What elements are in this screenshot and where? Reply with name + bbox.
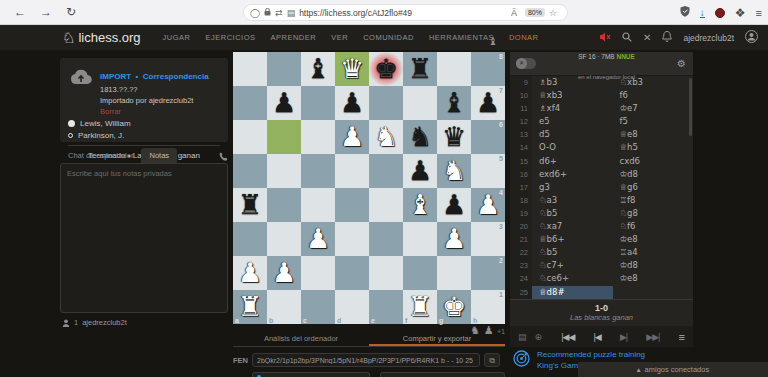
engine-header: ✕ SF 16 · 7MB NNUE en el navegador local… <box>510 52 693 76</box>
square-h3[interactable]: 3 <box>471 222 505 256</box>
square-c6[interactable] <box>301 120 335 154</box>
rank-label-8: 8 <box>499 53 503 60</box>
rank-label-3: 3 <box>499 223 503 230</box>
move-number: 25 <box>510 286 532 299</box>
menu-ejercicios[interactable]: EJERCICIOS <box>206 33 256 42</box>
square-b4[interactable] <box>267 188 301 222</box>
square-a2[interactable]: ♟ <box>233 256 267 290</box>
white-pawn-g3[interactable]: ♟ <box>437 222 471 256</box>
movelist-scrollbar[interactable] <box>689 78 692 136</box>
black-rook-f8[interactable]: ♜ <box>403 52 437 86</box>
rank-label-2: 2 <box>499 257 503 264</box>
square-d8[interactable]: ♛ <box>335 52 369 86</box>
white-pawn-a2[interactable]: ♟ <box>233 256 267 290</box>
browser-reload-icon[interactable]: ↻ <box>66 5 76 19</box>
spectator-count: 1 <box>74 318 78 327</box>
black-pawn-b7[interactable]: ♟ <box>267 86 301 120</box>
black-player-name[interactable]: Parkinson, J. <box>78 131 124 140</box>
chat-tabs: Chat de espectador Notas <box>60 147 228 163</box>
square-c1[interactable]: c <box>301 290 335 324</box>
square-h5[interactable]: 5 <box>471 154 505 188</box>
game-info-panel: IMPORT • Correspondencia 1813.??.?? Impo… <box>60 58 228 142</box>
move-black-12[interactable]: f5 <box>613 115 694 128</box>
friends-bar[interactable]: ▴ amigos conectados <box>578 362 768 377</box>
move-list: 9♗b3♘xb310♕xb3f611♗xf4♔e712e5f513d5♕e814… <box>510 76 693 299</box>
import-cloud-icon <box>70 69 92 116</box>
move-white-22[interactable]: ♘b5 <box>532 246 613 259</box>
move-black-11[interactable]: ♔e7 <box>613 102 694 115</box>
move-black-15[interactable]: cxd6 <box>613 155 694 168</box>
black-knight-f6[interactable]: ♞ <box>403 120 437 154</box>
black-bishop-g7[interactable]: ♝ <box>437 86 471 120</box>
square-b7[interactable]: ♟ <box>267 86 301 120</box>
user-avatar-icon[interactable] <box>745 30 758 45</box>
white-rook-f1[interactable]: ♜ <box>403 290 437 324</box>
move-white-17[interactable]: g3 <box>532 181 613 194</box>
fen-row: FEN ⧉ <box>233 353 505 367</box>
result-text: Las blancas ganan <box>510 313 693 322</box>
copy-fen-button[interactable]: ⧉ <box>484 353 500 367</box>
move-number: 10 <box>510 89 532 102</box>
black-queen-g6[interactable]: ♛ <box>437 120 471 154</box>
menu-herramientas[interactable]: HERRAMIENTAS <box>429 33 494 42</box>
move-white-15[interactable]: d6+ <box>532 155 613 168</box>
delete-game-link[interactable]: Borrar <box>100 107 209 116</box>
fen-input[interactable] <box>252 353 480 367</box>
move-number: 12 <box>510 115 532 128</box>
tab-spectator-chat[interactable]: Chat de espectador <box>60 148 141 163</box>
move-white-13[interactable]: d5 <box>532 128 613 141</box>
square-f7[interactable] <box>403 86 437 120</box>
next-move-button[interactable]: ▶| <box>620 332 627 342</box>
url-bar[interactable]: ◯ ⇄ ▤ https://lichess.org/cAtJ2flo#49 Ā … <box>243 4 568 21</box>
square-g8[interactable] <box>437 52 471 86</box>
move-number: 17 <box>510 181 532 194</box>
replay-controls: ▤ ⊕ |◀◀ |◀ ▶| ▶▶| ≡ <box>510 326 693 347</box>
engine-toggle[interactable]: ✕ <box>516 58 536 69</box>
square-f8[interactable]: ♜ <box>403 52 437 86</box>
move-white-11[interactable]: ♗xf4 <box>532 102 613 115</box>
white-pawn-b2[interactable]: ♟ <box>267 256 301 290</box>
first-move-button[interactable]: |◀◀ <box>561 332 574 342</box>
square-d6[interactable]: ♟ <box>335 120 369 154</box>
white-rook-a1[interactable]: ♜ <box>233 290 267 324</box>
move-white-19[interactable]: ♘b5 <box>532 207 613 220</box>
black-king-e8[interactable]: ♚ <box>369 52 403 86</box>
username-label[interactable]: ajedrezclub2t <box>683 33 734 43</box>
square-a5[interactable] <box>233 154 267 188</box>
square-h1[interactable]: 1h <box>471 290 505 324</box>
square-c3[interactable]: ♟ <box>301 222 335 256</box>
extension-icon[interactable]: ❖ <box>735 6 746 20</box>
gear-icon[interactable]: ⚙ <box>677 58 686 69</box>
square-e4[interactable] <box>369 188 403 222</box>
square-g6[interactable]: ♛ <box>437 120 471 154</box>
square-d2[interactable] <box>335 256 369 290</box>
square-d1[interactable]: d <box>335 290 369 324</box>
move-white-16[interactable]: exd6+ <box>532 168 613 181</box>
notifications-bell-icon[interactable] <box>662 31 672 44</box>
pgn-box-partial[interactable] <box>252 372 370 377</box>
chevron-up-icon: ▴ <box>637 365 641 374</box>
rank-label-5: 5 <box>499 155 503 162</box>
square-b5[interactable] <box>267 154 301 188</box>
black-player-row: Parkinson, J. <box>68 131 220 140</box>
black-pawn-f5[interactable]: ♟ <box>403 154 437 188</box>
square-e6[interactable]: ♞ <box>369 120 403 154</box>
move-black-13[interactable]: ♕e8 <box>613 128 694 141</box>
lichess-analysis-page: ← → ↻ ◯ ⇄ ▤ https://lichess.org/cAtJ2flo… <box>0 0 768 377</box>
black-pawn-d7[interactable]: ♟ <box>335 86 369 120</box>
move-black-16[interactable]: ♔d8 <box>613 168 694 181</box>
move-number: 23 <box>510 259 532 272</box>
shield-ext-icon[interactable] <box>680 6 690 20</box>
square-g7[interactable]: ♝ <box>437 86 471 120</box>
lock-icon <box>264 8 271 18</box>
square-f5[interactable]: ♟ <box>403 154 437 188</box>
url-text[interactable]: https://lichess.org/cAtJ2flo#49 <box>299 8 511 18</box>
prev-move-button[interactable]: |◀ <box>594 332 601 342</box>
imported-by-label: Importado por ajedrezclub2t <box>100 96 209 105</box>
site-info-icon[interactable]: ◯ <box>250 8 260 18</box>
square-h6[interactable]: 6 <box>471 120 505 154</box>
move-number: 22 <box>510 246 532 259</box>
square-d4[interactable] <box>335 188 369 222</box>
phone-icon[interactable] <box>219 152 228 163</box>
move-number: 14 <box>510 141 532 154</box>
square-f6[interactable]: ♞ <box>403 120 437 154</box>
move-white-20[interactable]: ♘xa7 <box>532 220 613 233</box>
move-number: 21 <box>510 233 532 246</box>
browser-menu-icon[interactable]: ≡ <box>756 7 762 19</box>
move-white-12[interactable]: e5 <box>532 115 613 128</box>
square-a4[interactable]: ♜ <box>233 188 267 222</box>
move-white-10[interactable]: ♕xb3 <box>532 89 613 102</box>
move-black-18[interactable]: ♖f8 <box>613 194 694 207</box>
file-label-h: h <box>473 317 477 324</box>
white-player-row: Lewis, William <box>68 119 220 128</box>
white-pawn-h4[interactable]: ♟ <box>471 188 505 222</box>
square-f3[interactable] <box>403 222 437 256</box>
result-block: 1-0 Las blancas ganan <box>510 299 693 324</box>
menu-donar[interactable]: DONAR <box>509 33 539 42</box>
game-date: 1813.??.?? <box>100 85 209 94</box>
move-black-22[interactable]: ♖a4 <box>613 246 694 259</box>
lichess-logo[interactable]: ♘ lichess.org <box>62 29 141 47</box>
square-c5[interactable] <box>301 154 335 188</box>
white-king-g1[interactable]: ♚ <box>437 290 471 324</box>
square-b6[interactable] <box>267 120 301 154</box>
black-pawn-h7[interactable]: ♟ <box>471 86 505 120</box>
move-white-14[interactable]: O-O <box>532 141 613 154</box>
square-b3[interactable] <box>267 222 301 256</box>
menu-ver[interactable]: VER <box>331 33 348 42</box>
square-h4[interactable]: 4♟ <box>471 188 505 222</box>
square-e2[interactable] <box>369 256 403 290</box>
browser-toolbar: ← → ↻ ◯ ⇄ ▤ https://lichess.org/cAtJ2flo… <box>0 0 768 25</box>
square-a8[interactable] <box>233 52 267 86</box>
square-g5[interactable]: ♞ <box>437 154 471 188</box>
square-e8[interactable]: ♚ <box>369 52 403 86</box>
move-black-25 <box>613 286 694 299</box>
notes-textarea[interactable] <box>60 163 228 313</box>
extension-red-icon[interactable] <box>715 8 725 18</box>
square-f4[interactable]: ♝ <box>403 188 437 222</box>
tab-share-export[interactable]: Compartir y exportar <box>369 331 505 346</box>
file-label-d: d <box>337 317 341 324</box>
move-number: 20 <box>510 220 532 233</box>
white-knight-g5[interactable]: ♞ <box>437 154 471 188</box>
move-number: 16 <box>510 168 532 181</box>
move-number: 19 <box>510 207 532 220</box>
move-number: 9 <box>510 76 532 89</box>
bookmark-star-icon[interactable]: ☆ <box>549 8 557 18</box>
white-player-name[interactable]: Lewis, William <box>80 119 131 128</box>
embed-box-partial[interactable] <box>380 372 505 377</box>
move-black-24[interactable]: ♔e8 <box>613 272 694 285</box>
square-b1[interactable]: b <box>267 290 301 324</box>
square-d3[interactable] <box>335 222 369 256</box>
translate-icon[interactable]: Ā <box>511 8 517 18</box>
move-number: 15 <box>510 155 532 168</box>
browser-back-icon[interactable]: ← <box>14 5 26 19</box>
last-move-button[interactable]: ▶▶| <box>646 332 659 342</box>
tab-computer-analysis[interactable]: Análisis del ordenador <box>233 331 369 346</box>
main-menu: JUGAR EJERCICIOS APRENDER VER COMUNIDAD … <box>163 33 539 42</box>
reader-mode-icon[interactable]: ▤ <box>287 8 296 18</box>
downloads-icon[interactable]: ↓ <box>700 8 705 18</box>
square-a6[interactable] <box>233 120 267 154</box>
move-black-21[interactable]: ♔e8 <box>613 233 694 246</box>
move-black-23[interactable]: ♔d8 <box>613 259 694 272</box>
shield-toggle-icon[interactable]: ⇄ <box>275 8 283 18</box>
move-black-14[interactable]: ♕h5 <box>613 141 694 154</box>
move-number: 13 <box>510 128 532 141</box>
bullet-sep: • <box>136 72 139 81</box>
square-g2[interactable] <box>437 256 471 290</box>
move-black-17[interactable]: ♕g6 <box>613 181 694 194</box>
captured-by-black: ♝ <box>488 35 498 48</box>
rank-label-1: 1 <box>499 291 503 298</box>
file-label-b: b <box>269 317 273 324</box>
move-black-10[interactable]: f6 <box>613 89 694 102</box>
square-h7[interactable]: 7♟ <box>471 86 505 120</box>
square-g3[interactable]: ♟ <box>437 222 471 256</box>
zoom-badge[interactable]: 80% <box>525 8 545 17</box>
square-h2[interactable]: 2 <box>471 256 505 290</box>
analysis-panel: ✕ SF 16 · 7MB NNUE en el navegador local… <box>510 52 693 326</box>
move-black-9[interactable]: ♘xb3 <box>613 76 694 89</box>
white-knight-e6[interactable]: ♞ <box>369 120 403 154</box>
square-f2[interactable] <box>403 256 437 290</box>
square-g4[interactable]: ♟ <box>437 188 471 222</box>
browser-forward-icon[interactable]: → <box>40 5 52 19</box>
square-d7[interactable]: ♟ <box>335 86 369 120</box>
spectator-icon <box>62 319 70 327</box>
square-c2[interactable] <box>301 256 335 290</box>
move-white-18[interactable]: ♘a3 <box>532 194 613 207</box>
square-e3[interactable] <box>369 222 403 256</box>
engine-name: SF 16 · 7MB <box>578 53 614 60</box>
analysis-menu-icon[interactable]: ≡ <box>679 331 685 343</box>
square-a3[interactable] <box>233 222 267 256</box>
spectator-name[interactable]: ajedrezclub2t <box>82 318 127 327</box>
challenges-icon[interactable]: ✕ <box>643 32 651 43</box>
black-pawn-g4[interactable]: ♟ <box>437 188 471 222</box>
menu-jugar[interactable]: JUGAR <box>163 33 191 42</box>
menu-aprender[interactable]: APRENDER <box>271 33 317 42</box>
book-icon[interactable]: ▤ <box>518 332 527 342</box>
square-c8[interactable]: ♝ <box>301 52 335 86</box>
rank-label-6: 6 <box>499 121 503 128</box>
puzzle-line1[interactable]: Recommended puzzle training <box>537 350 645 359</box>
white-color-icon <box>68 120 75 127</box>
spectators-row: 1 ajedrezclub2t <box>62 318 127 327</box>
file-label-c: c <box>303 317 307 324</box>
dartboard-icon <box>513 350 530 367</box>
square-e7[interactable] <box>369 86 403 120</box>
browser-extensions-area: ↓ ❖ ≡ <box>680 0 762 25</box>
square-c4[interactable] <box>301 188 335 222</box>
square-d5[interactable] <box>335 154 369 188</box>
square-h8[interactable]: 8 <box>471 52 505 86</box>
square-g1[interactable]: g♚ <box>437 290 471 324</box>
square-e1[interactable]: e <box>369 290 403 324</box>
search-icon[interactable] <box>622 32 632 44</box>
import-source-label: IMPORT <box>100 72 131 81</box>
black-rook-a4[interactable]: ♜ <box>233 188 267 222</box>
move-white-23[interactable]: ♘c7+ <box>532 259 613 272</box>
game-type-label: Correspondencia <box>143 72 209 81</box>
white-pawn-c3[interactable]: ♟ <box>301 222 335 256</box>
square-a1[interactable]: a♜ <box>233 290 267 324</box>
fen-label: FEN <box>233 356 252 365</box>
chessboard[interactable]: ♝♛♚♜8♟♟♝7♟♟♞♞♛6♟♞5♜♝♟4♟♟♟3♟♟2a♜bcdef♜g♚1… <box>233 52 505 324</box>
engine-tech: NNUE <box>616 53 634 60</box>
move-black-20[interactable]: ♘f6 <box>613 220 694 233</box>
bottom-tabs: Análisis del ordenador Compartir y expor… <box>233 331 505 347</box>
white-pawn-d6[interactable]: ♟ <box>335 120 369 154</box>
engine-toggle-knob: ✕ <box>516 58 527 69</box>
tab-notes[interactable]: Notas <box>141 148 177 163</box>
square-e5[interactable] <box>369 154 403 188</box>
file-label-e: e <box>371 317 375 324</box>
square-b8[interactable] <box>267 52 301 86</box>
square-f1[interactable]: f♜ <box>403 290 437 324</box>
move-black-19[interactable]: ♘g8 <box>613 207 694 220</box>
move-white-9[interactable]: ♗b3 <box>532 76 613 89</box>
white-bishop-f4[interactable]: ♝ <box>403 188 437 222</box>
sound-muted-icon[interactable] <box>600 32 611 44</box>
logo-text: lichess.org <box>78 30 140 45</box>
move-number: 11 <box>510 102 532 115</box>
result: 1-0 <box>510 303 693 313</box>
square-a7[interactable] <box>233 86 267 120</box>
circle-plus-icon[interactable]: ⊕ <box>535 332 543 342</box>
move-number: 18 <box>510 194 532 207</box>
square-b2[interactable]: ♟ <box>267 256 301 290</box>
move-white-24[interactable]: ♘ce6+ <box>532 272 613 285</box>
friends-label: amigos conectados <box>645 365 710 374</box>
black-color-icon <box>68 133 73 138</box>
black-bishop-c8[interactable]: ♝ <box>301 52 335 86</box>
square-c7[interactable] <box>301 86 335 120</box>
move-number: 24 <box>510 272 532 285</box>
move-white-21[interactable]: ♕b6+ <box>532 233 613 246</box>
white-queen-d8[interactable]: ♛ <box>335 52 369 86</box>
menu-comunidad[interactable]: COMUNIDAD <box>363 33 414 42</box>
knight-logo-icon: ♘ <box>62 29 75 47</box>
move-white-25[interactable]: ♕d8# <box>532 286 613 299</box>
